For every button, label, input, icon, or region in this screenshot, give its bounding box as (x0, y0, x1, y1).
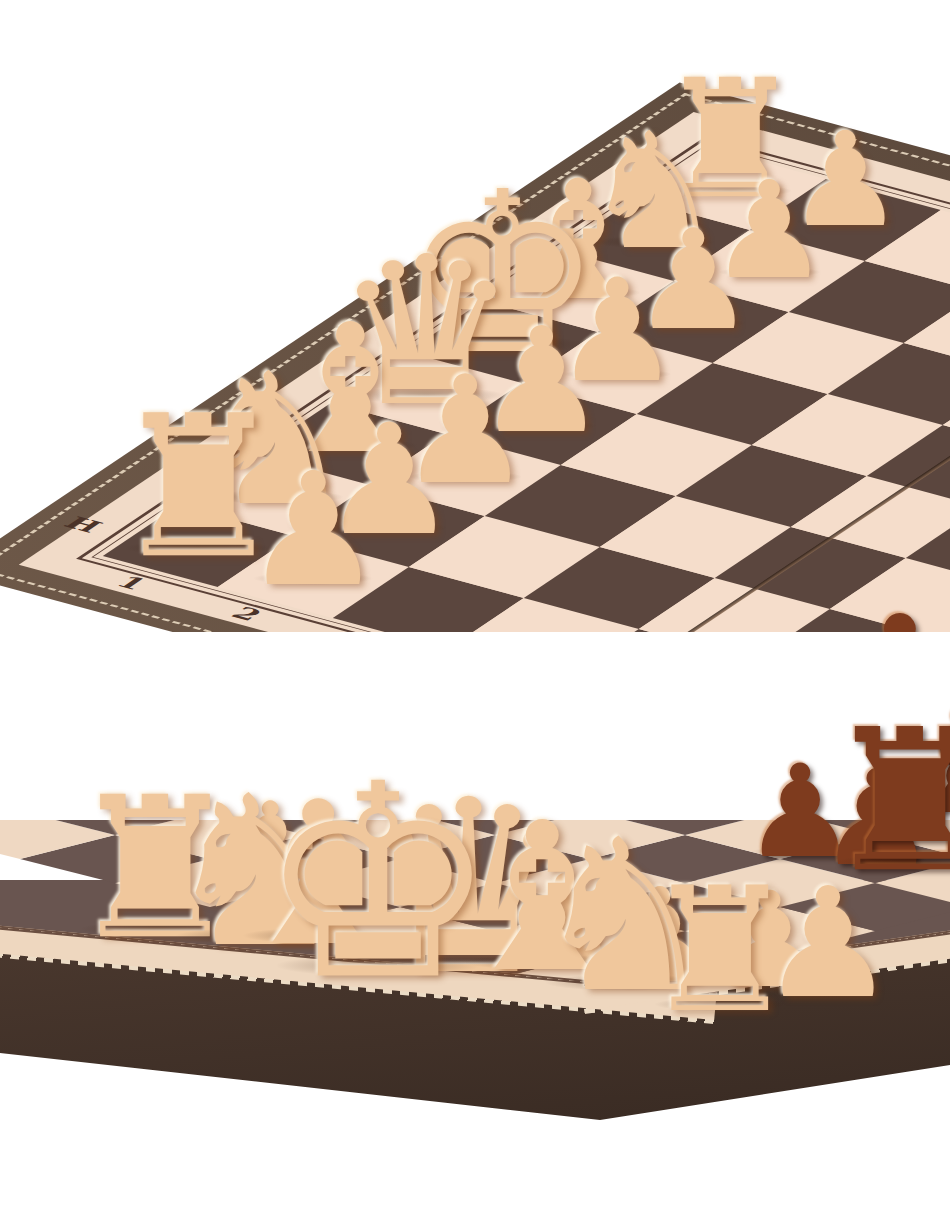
photo-top-angled-board: H12 ♜♞♝♛♚♝♞♜♟♟♟♟♟♟♟♟♟ (0, 0, 950, 632)
chess-board-top: H12 (0, 82, 950, 632)
photo-bottom-closeup-board: ♜♞♝♚♛♝♞♜♟♟♟♟♟♟♟♜♝ (0, 645, 950, 1209)
board-margin-top (19, 112, 950, 632)
piece-black-bishop: ♝ (898, 689, 950, 834)
product-collage: H12 ♜♞♝♛♚♝♞♜♟♟♟♟♟♟♟♟♟ ♜♞♝♚♛♝♞♜♟♟♟♟♟♟♟♜♝ (0, 0, 950, 1209)
